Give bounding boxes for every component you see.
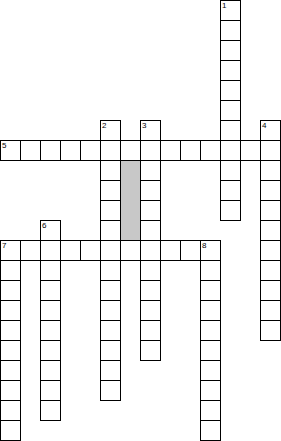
grid-cell[interactable] bbox=[220, 140, 241, 161]
grid-cell[interactable] bbox=[260, 280, 281, 301]
grid-cell[interactable] bbox=[160, 240, 181, 261]
clue-number: 3 bbox=[142, 121, 146, 130]
grid-cell[interactable] bbox=[100, 360, 121, 381]
grid-cell[interactable] bbox=[200, 380, 221, 401]
grid-cell[interactable] bbox=[140, 320, 161, 341]
grid-cell[interactable] bbox=[0, 380, 21, 401]
grid-cell[interactable] bbox=[260, 140, 281, 161]
grid-cell[interactable] bbox=[260, 160, 281, 181]
grid-cell[interactable] bbox=[0, 320, 21, 341]
grid-cell[interactable] bbox=[260, 260, 281, 281]
grid-cell[interactable] bbox=[0, 360, 21, 381]
clue-number: 2 bbox=[102, 121, 106, 130]
grid-cell[interactable]: 1 bbox=[220, 0, 241, 21]
grid-cell[interactable]: 7 bbox=[0, 240, 21, 261]
grid-cell[interactable] bbox=[100, 300, 121, 321]
grid-cell[interactable] bbox=[200, 360, 221, 381]
grid-cell[interactable] bbox=[20, 140, 41, 161]
grid-cell[interactable] bbox=[0, 340, 21, 361]
grid-cell[interactable] bbox=[220, 200, 241, 221]
grid-cell[interactable] bbox=[60, 140, 81, 161]
grid-cell[interactable] bbox=[100, 340, 121, 361]
grid-cell[interactable] bbox=[200, 340, 221, 361]
grid-cell[interactable] bbox=[200, 280, 221, 301]
grid-cell[interactable] bbox=[100, 200, 121, 221]
grid-cell[interactable] bbox=[240, 140, 261, 161]
clue-number: 6 bbox=[42, 221, 46, 230]
grid-cell[interactable] bbox=[40, 340, 61, 361]
grid-cell[interactable]: 2 bbox=[100, 120, 121, 141]
grid-cell[interactable] bbox=[40, 360, 61, 381]
grid-cell[interactable] bbox=[260, 220, 281, 241]
clue-number: 7 bbox=[2, 241, 6, 250]
grid-cell[interactable] bbox=[0, 260, 21, 281]
grid-cell[interactable] bbox=[260, 180, 281, 201]
grid-cell[interactable] bbox=[200, 400, 221, 421]
grid-cell[interactable] bbox=[0, 300, 21, 321]
grid-cell[interactable] bbox=[100, 160, 121, 181]
grid-cell[interactable] bbox=[220, 160, 241, 181]
grid-cell[interactable] bbox=[220, 40, 241, 61]
grid-cell[interactable] bbox=[200, 300, 221, 321]
grid-cell[interactable] bbox=[60, 240, 81, 261]
grid-cell[interactable] bbox=[40, 300, 61, 321]
grid-cell[interactable] bbox=[100, 180, 121, 201]
grid-cell[interactable] bbox=[200, 320, 221, 341]
grid-cell[interactable] bbox=[140, 260, 161, 281]
grid-cell[interactable] bbox=[220, 80, 241, 101]
grid-cell[interactable]: 5 bbox=[0, 140, 21, 161]
grid-cell[interactable] bbox=[0, 420, 21, 441]
grid-cell[interactable] bbox=[200, 420, 221, 441]
grid-cell[interactable] bbox=[260, 300, 281, 321]
grid-cell[interactable] bbox=[140, 340, 161, 361]
grid-cell[interactable] bbox=[80, 240, 101, 261]
grid-cell[interactable] bbox=[200, 140, 221, 161]
grid-cell[interactable] bbox=[220, 60, 241, 81]
grid-cell[interactable] bbox=[20, 240, 41, 261]
grid-cell[interactable] bbox=[220, 180, 241, 201]
grid-cell[interactable] bbox=[180, 240, 201, 261]
clue-number: 1 bbox=[222, 1, 226, 10]
grid-cell[interactable] bbox=[100, 320, 121, 341]
grid-cell[interactable] bbox=[160, 140, 181, 161]
grid-cell[interactable] bbox=[220, 120, 241, 141]
grid-cell[interactable] bbox=[120, 240, 141, 261]
grid-cell[interactable] bbox=[120, 140, 141, 161]
clue-number: 5 bbox=[2, 141, 6, 150]
grid-cell[interactable] bbox=[100, 280, 121, 301]
grid-cell[interactable] bbox=[40, 400, 61, 421]
grid-cell[interactable]: 3 bbox=[140, 120, 161, 141]
grid-cell[interactable] bbox=[260, 320, 281, 341]
clue-number: 4 bbox=[262, 121, 266, 130]
grid-cell[interactable] bbox=[140, 300, 161, 321]
grid-cell[interactable] bbox=[140, 200, 161, 221]
grid-cell[interactable] bbox=[40, 240, 61, 261]
grid-cell[interactable] bbox=[80, 140, 101, 161]
grid-cell[interactable]: 4 bbox=[260, 120, 281, 141]
clue-number: 8 bbox=[202, 241, 206, 250]
grid-cell[interactable] bbox=[100, 260, 121, 281]
grid-cell[interactable] bbox=[140, 140, 161, 161]
grid-cell[interactable] bbox=[220, 100, 241, 121]
grid-cell[interactable] bbox=[100, 220, 121, 241]
grid-cell[interactable] bbox=[100, 380, 121, 401]
grid-cell[interactable] bbox=[180, 140, 201, 161]
grid-cell[interactable] bbox=[0, 400, 21, 421]
crossword-grid: 12345678 bbox=[0, 0, 281, 441]
grid-cell[interactable] bbox=[40, 380, 61, 401]
grid-cell[interactable] bbox=[100, 240, 121, 261]
shaded-answer-column[interactable] bbox=[120, 160, 141, 241]
grid-cell[interactable] bbox=[40, 140, 61, 161]
grid-cell[interactable]: 6 bbox=[40, 220, 61, 241]
grid-cell[interactable] bbox=[260, 240, 281, 261]
grid-cell[interactable] bbox=[140, 180, 161, 201]
grid-cell[interactable] bbox=[140, 280, 161, 301]
grid-cell[interactable]: 8 bbox=[200, 240, 221, 261]
grid-cell[interactable] bbox=[140, 160, 161, 181]
grid-cell[interactable] bbox=[40, 260, 61, 281]
grid-cell[interactable] bbox=[40, 320, 61, 341]
grid-cell[interactable] bbox=[40, 280, 61, 301]
grid-cell[interactable] bbox=[140, 240, 161, 261]
grid-cell[interactable] bbox=[220, 20, 241, 41]
grid-cell[interactable] bbox=[0, 280, 21, 301]
grid-cell[interactable] bbox=[100, 140, 121, 161]
grid-cell[interactable] bbox=[200, 260, 221, 281]
grid-cell[interactable] bbox=[260, 200, 281, 221]
grid-cell[interactable] bbox=[140, 220, 161, 241]
